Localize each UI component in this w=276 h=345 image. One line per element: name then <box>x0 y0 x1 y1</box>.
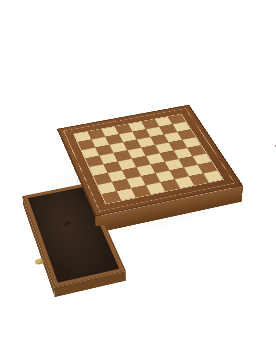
square-h1[interactable] <box>203 171 223 183</box>
square-d1[interactable] <box>146 182 166 194</box>
chess-board: ♜♞♛♟♜♟♝♚♟♟♟♟♝♞♟♟♛♟♟♟♚♟ <box>74 114 223 204</box>
right-drawer[interactable]: ♝♟♜ <box>275 134 276 223</box>
box-front-face <box>95 186 243 234</box>
product-photo[interactable]: ♜♞♝♟ ♝♟♜ ♜♞♛♟♜♟♝♚♟♟♟♟♝♞♟♟♛♟♟♟♚♟ <box>0 0 276 345</box>
scene: ♜♞♝♟ ♝♟♜ ♜♞♛♟♜♟♝♚♟♟♟♟♝♞♟♟♛♟♟♟♚♟ <box>0 0 276 345</box>
